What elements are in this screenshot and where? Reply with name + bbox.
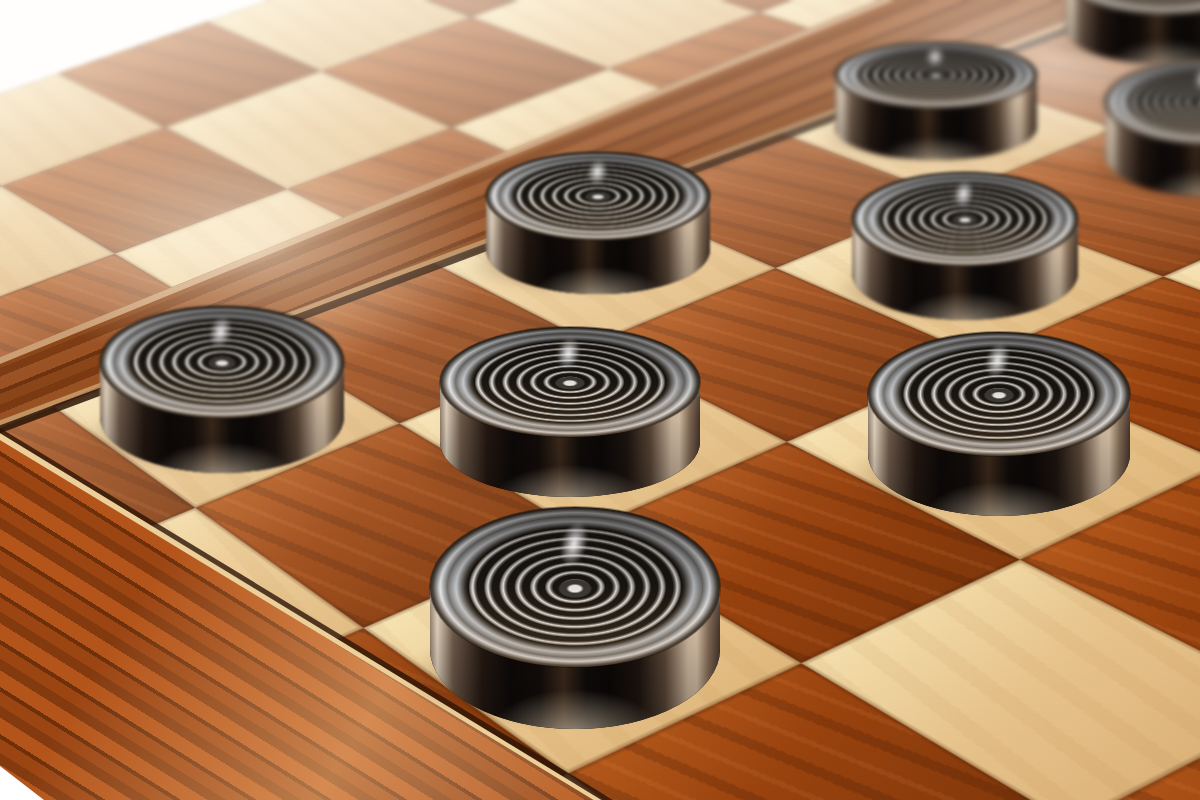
piece-r4c2[interactable] (440, 327, 700, 497)
piece-top-face-rings (868, 332, 1130, 456)
piece-top-face-rings (486, 152, 710, 240)
piece-top-face-rings (852, 172, 1078, 266)
piece-r3c5[interactable] (835, 42, 1037, 160)
piece-top-face-rings (835, 42, 1037, 108)
piece-r4c6[interactable] (1065, 0, 1200, 64)
piece-r4c4[interactable] (852, 172, 1078, 320)
photo-canvas: { "game": "checkers", "scene": { "descri… (0, 0, 1200, 800)
piece-r5c3[interactable] (868, 332, 1130, 516)
piece-top-face-rings (430, 507, 720, 667)
piece-top-face-rings (100, 306, 344, 418)
piece-r3c3[interactable] (486, 152, 710, 294)
piece-top-face-rings (440, 327, 700, 437)
pieces-layer (0, 0, 1200, 800)
piece-r3c1[interactable] (100, 306, 344, 473)
piece-r5c5[interactable] (1105, 60, 1200, 196)
piece-r5c1[interactable] (430, 507, 720, 729)
